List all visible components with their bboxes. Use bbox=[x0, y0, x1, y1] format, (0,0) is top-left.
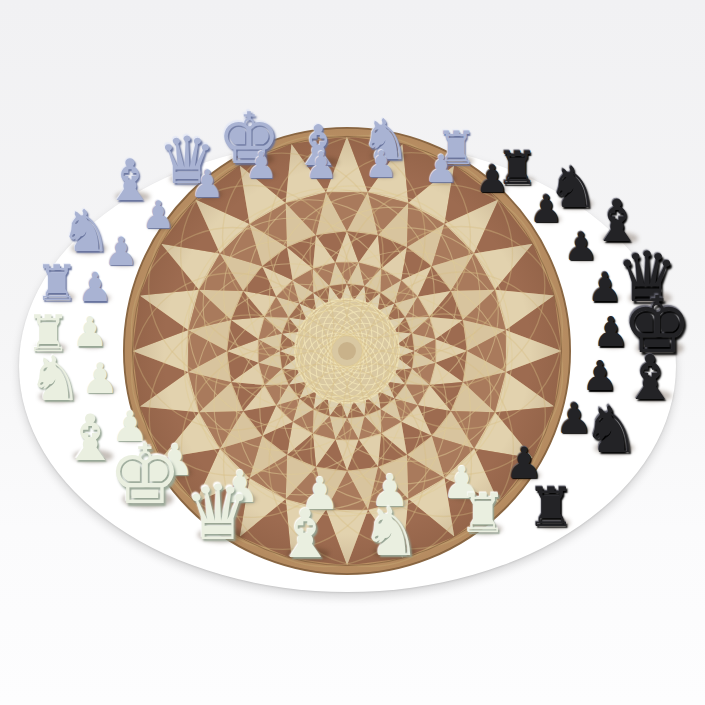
blue-pawn[interactable]: ♟ bbox=[304, 147, 337, 184]
blue-pawn[interactable]: ♟ bbox=[190, 165, 224, 203]
black-pawn[interactable]: ♟ bbox=[587, 267, 623, 307]
blue-pawn[interactable]: ♟ bbox=[244, 147, 277, 184]
white-pawn[interactable]: ♟ bbox=[81, 358, 119, 400]
blue-pawn[interactable]: ♟ bbox=[364, 146, 397, 183]
black-knight[interactable]: ♞ bbox=[582, 398, 639, 462]
black-pawn[interactable]: ♟ bbox=[475, 160, 509, 198]
white-knight[interactable]: ♞ bbox=[361, 499, 421, 566]
black-pawn[interactable]: ♟ bbox=[529, 190, 563, 228]
blue-pawn[interactable]: ♟ bbox=[141, 196, 175, 234]
blue-rook[interactable]: ♜ bbox=[35, 259, 79, 308]
black-pawn[interactable]: ♟ bbox=[582, 356, 619, 397]
white-bishop[interactable]: ♝ bbox=[275, 501, 335, 568]
product-photo-scene: ♜♟♞♟♝♟♛♟♚♟♝♟♞♟♜♟♜♟♞♟♝♟♛♟♚♟♝♟♞♟♜♟♜♟♞♟♝♟♚♟… bbox=[0, 0, 705, 705]
white-queen[interactable]: ♛ bbox=[184, 475, 252, 551]
black-rook[interactable]: ♜ bbox=[527, 481, 575, 535]
blue-pawn[interactable]: ♟ bbox=[77, 267, 113, 307]
white-king[interactable]: ♚ bbox=[108, 433, 182, 516]
black-pawn[interactable]: ♟ bbox=[564, 227, 599, 266]
white-rook[interactable]: ♜ bbox=[459, 487, 507, 541]
blue-pawn[interactable]: ♟ bbox=[424, 150, 458, 188]
